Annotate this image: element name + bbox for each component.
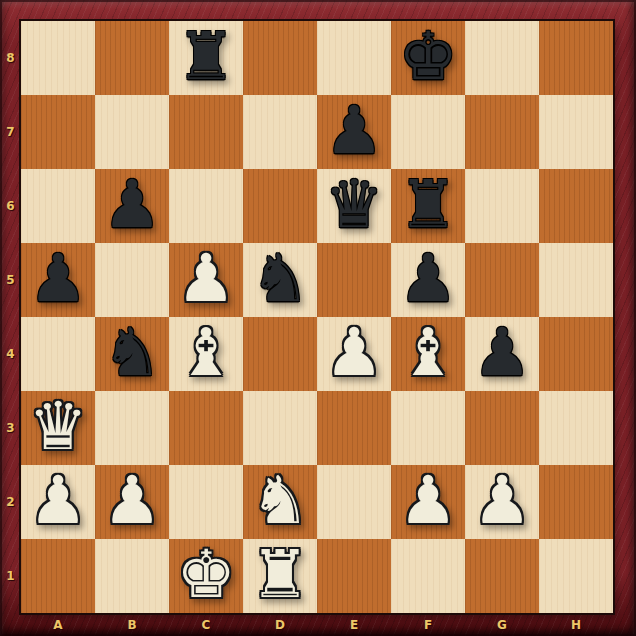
piece-white-king[interactable]: ♚	[169, 539, 243, 613]
piece-black-pawn[interactable]: ♟	[391, 243, 465, 317]
piece-black-pawn[interactable]: ♟	[317, 95, 391, 169]
rank-label-4: 4	[0, 317, 21, 391]
square-h2[interactable]	[539, 465, 613, 539]
square-d5[interactable]: ♞	[243, 243, 317, 317]
square-f4[interactable]: ♝	[391, 317, 465, 391]
square-c6[interactable]	[169, 169, 243, 243]
square-h4[interactable]	[539, 317, 613, 391]
square-e5[interactable]	[317, 243, 391, 317]
square-c3[interactable]	[169, 391, 243, 465]
square-d8[interactable]	[243, 21, 317, 95]
square-a7[interactable]	[21, 95, 95, 169]
square-d3[interactable]	[243, 391, 317, 465]
piece-black-pawn[interactable]: ♟	[465, 317, 539, 391]
board-frame: 87654321 ♜♚♟♟♛♜♟♟♞♟♞♝♟♝♟♛♟♟♞♟♟♚♜ ABCDEFG…	[0, 0, 636, 636]
piece-black-rook[interactable]: ♜	[169, 21, 243, 95]
square-b7[interactable]	[95, 95, 169, 169]
file-label-c: C	[169, 613, 243, 636]
square-a6[interactable]	[21, 169, 95, 243]
square-b8[interactable]	[95, 21, 169, 95]
square-g5[interactable]	[465, 243, 539, 317]
square-g4[interactable]: ♟	[465, 317, 539, 391]
piece-black-knight[interactable]: ♞	[95, 317, 169, 391]
piece-white-pawn[interactable]: ♟	[465, 465, 539, 539]
square-f5[interactable]: ♟	[391, 243, 465, 317]
piece-white-pawn[interactable]: ♟	[317, 317, 391, 391]
square-b6[interactable]: ♟	[95, 169, 169, 243]
rank-label-2: 2	[0, 465, 21, 539]
file-label-d: D	[243, 613, 317, 636]
piece-white-rook[interactable]: ♜	[243, 539, 317, 613]
piece-white-bishop[interactable]: ♝	[391, 317, 465, 391]
square-c5[interactable]: ♟	[169, 243, 243, 317]
piece-white-knight[interactable]: ♞	[243, 465, 317, 539]
square-b1[interactable]	[95, 539, 169, 613]
square-d1[interactable]: ♜	[243, 539, 317, 613]
square-a1[interactable]	[21, 539, 95, 613]
square-f7[interactable]	[391, 95, 465, 169]
square-g2[interactable]: ♟	[465, 465, 539, 539]
square-a4[interactable]	[21, 317, 95, 391]
square-h6[interactable]	[539, 169, 613, 243]
square-d7[interactable]	[243, 95, 317, 169]
square-b4[interactable]: ♞	[95, 317, 169, 391]
square-g6[interactable]	[465, 169, 539, 243]
file-label-f: F	[391, 613, 465, 636]
square-e2[interactable]	[317, 465, 391, 539]
square-c8[interactable]: ♜	[169, 21, 243, 95]
piece-black-pawn[interactable]: ♟	[95, 169, 169, 243]
square-c4[interactable]: ♝	[169, 317, 243, 391]
piece-white-bishop[interactable]: ♝	[169, 317, 243, 391]
square-c1[interactable]: ♚	[169, 539, 243, 613]
rank-label-1: 1	[0, 539, 21, 613]
rank-labels: 87654321	[0, 21, 21, 613]
file-label-a: A	[21, 613, 95, 636]
square-g7[interactable]	[465, 95, 539, 169]
square-f8[interactable]: ♚	[391, 21, 465, 95]
rank-label-7: 7	[0, 95, 21, 169]
square-e7[interactable]: ♟	[317, 95, 391, 169]
square-e8[interactable]	[317, 21, 391, 95]
file-label-g: G	[465, 613, 539, 636]
file-labels: ABCDEFGH	[21, 613, 613, 636]
square-a8[interactable]	[21, 21, 95, 95]
square-g8[interactable]	[465, 21, 539, 95]
square-h8[interactable]	[539, 21, 613, 95]
file-label-e: E	[317, 613, 391, 636]
piece-black-queen[interactable]: ♛	[317, 169, 391, 243]
piece-white-pawn[interactable]: ♟	[391, 465, 465, 539]
piece-black-knight[interactable]: ♞	[243, 243, 317, 317]
square-e3[interactable]	[317, 391, 391, 465]
square-e6[interactable]: ♛	[317, 169, 391, 243]
square-e1[interactable]	[317, 539, 391, 613]
square-h3[interactable]	[539, 391, 613, 465]
piece-black-king[interactable]: ♚	[391, 21, 465, 95]
square-d2[interactable]: ♞	[243, 465, 317, 539]
piece-black-pawn[interactable]: ♟	[21, 243, 95, 317]
square-e4[interactable]: ♟	[317, 317, 391, 391]
file-label-b: B	[95, 613, 169, 636]
piece-white-pawn[interactable]: ♟	[95, 465, 169, 539]
square-f3[interactable]	[391, 391, 465, 465]
square-h7[interactable]	[539, 95, 613, 169]
piece-black-rook[interactable]: ♜	[391, 169, 465, 243]
rank-label-3: 3	[0, 391, 21, 465]
rank-label-5: 5	[0, 243, 21, 317]
square-a3[interactable]: ♛	[21, 391, 95, 465]
square-a5[interactable]: ♟	[21, 243, 95, 317]
square-a2[interactable]: ♟	[21, 465, 95, 539]
piece-white-queen[interactable]: ♛	[21, 391, 95, 465]
square-f2[interactable]: ♟	[391, 465, 465, 539]
square-f6[interactable]: ♜	[391, 169, 465, 243]
file-label-h: H	[539, 613, 613, 636]
square-f1[interactable]	[391, 539, 465, 613]
square-h1[interactable]	[539, 539, 613, 613]
square-g1[interactable]	[465, 539, 539, 613]
square-b2[interactable]: ♟	[95, 465, 169, 539]
square-d4[interactable]	[243, 317, 317, 391]
square-g3[interactable]	[465, 391, 539, 465]
piece-white-pawn[interactable]: ♟	[21, 465, 95, 539]
square-b3[interactable]	[95, 391, 169, 465]
square-h5[interactable]	[539, 243, 613, 317]
square-d6[interactable]	[243, 169, 317, 243]
square-c2[interactable]	[169, 465, 243, 539]
rank-label-8: 8	[0, 21, 21, 95]
piece-white-pawn[interactable]: ♟	[169, 243, 243, 317]
square-c7[interactable]	[169, 95, 243, 169]
rank-label-6: 6	[0, 169, 21, 243]
square-b5[interactable]	[95, 243, 169, 317]
chess-board: ♜♚♟♟♛♜♟♟♞♟♞♝♟♝♟♛♟♟♞♟♟♚♜	[21, 21, 613, 613]
